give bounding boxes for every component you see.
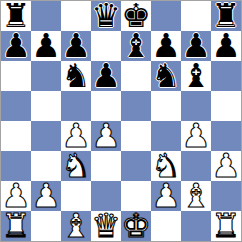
white-rook-piece: ♜: [211, 211, 241, 241]
white-pawn-piece: ♟: [151, 181, 181, 211]
square-e6[interactable]: [121, 61, 151, 91]
square-g2[interactable]: ♝: [181, 181, 211, 211]
black-knight-piece: ♞: [151, 61, 181, 91]
white-bishop-piece: ♝: [181, 181, 211, 211]
white-pawn-piece: ♟: [91, 121, 121, 151]
square-h3[interactable]: ♟: [211, 151, 241, 181]
chess-board: ♜♛♚♜♟♟♟♝♟♟♟♞♟♞♝♟♟♟♞♞♟♟♟♟♝♜♝♛♚♜: [0, 0, 242, 242]
square-f2[interactable]: ♟: [151, 181, 181, 211]
square-e5[interactable]: [121, 91, 151, 121]
white-bishop-piece: ♝: [61, 211, 91, 241]
square-a7[interactable]: ♟: [1, 31, 31, 61]
square-d3[interactable]: [91, 151, 121, 181]
square-b2[interactable]: ♟: [31, 181, 61, 211]
square-d8[interactable]: ♛: [91, 1, 121, 31]
square-a5[interactable]: [1, 91, 31, 121]
square-c6[interactable]: ♞: [61, 61, 91, 91]
square-b1[interactable]: [31, 211, 61, 241]
white-knight-piece: ♞: [61, 151, 91, 181]
black-pawn-piece: ♟: [31, 31, 61, 61]
square-e7[interactable]: ♝: [121, 31, 151, 61]
black-pawn-piece: ♟: [91, 61, 121, 91]
square-g4[interactable]: ♟: [181, 121, 211, 151]
square-a1[interactable]: ♜: [1, 211, 31, 241]
square-f5[interactable]: [151, 91, 181, 121]
square-e4[interactable]: [121, 121, 151, 151]
square-h5[interactable]: [211, 91, 241, 121]
white-king-piece: ♚: [121, 211, 151, 241]
black-bishop-piece: ♝: [181, 61, 211, 91]
square-b7[interactable]: ♟: [31, 31, 61, 61]
square-b6[interactable]: [31, 61, 61, 91]
square-f6[interactable]: ♞: [151, 61, 181, 91]
square-e1[interactable]: ♚: [121, 211, 151, 241]
black-bishop-piece: ♝: [121, 31, 151, 61]
square-h6[interactable]: [211, 61, 241, 91]
black-pawn-piece: ♟: [1, 31, 31, 61]
white-queen-piece: ♛: [91, 211, 121, 241]
square-d1[interactable]: ♛: [91, 211, 121, 241]
black-pawn-piece: ♟: [211, 31, 241, 61]
black-queen-piece: ♛: [91, 1, 121, 31]
square-h7[interactable]: ♟: [211, 31, 241, 61]
square-g6[interactable]: ♝: [181, 61, 211, 91]
square-h1[interactable]: ♜: [211, 211, 241, 241]
square-d4[interactable]: ♟: [91, 121, 121, 151]
white-rook-piece: ♜: [1, 211, 31, 241]
square-g1[interactable]: [181, 211, 211, 241]
square-d6[interactable]: ♟: [91, 61, 121, 91]
square-b5[interactable]: [31, 91, 61, 121]
square-a6[interactable]: [1, 61, 31, 91]
black-knight-piece: ♞: [61, 61, 91, 91]
white-pawn-piece: ♟: [211, 151, 241, 181]
square-c3[interactable]: ♞: [61, 151, 91, 181]
square-f1[interactable]: [151, 211, 181, 241]
square-c1[interactable]: ♝: [61, 211, 91, 241]
square-a4[interactable]: [1, 121, 31, 151]
white-pawn-piece: ♟: [181, 121, 211, 151]
white-pawn-piece: ♟: [31, 181, 61, 211]
square-b4[interactable]: [31, 121, 61, 151]
square-e3[interactable]: [121, 151, 151, 181]
